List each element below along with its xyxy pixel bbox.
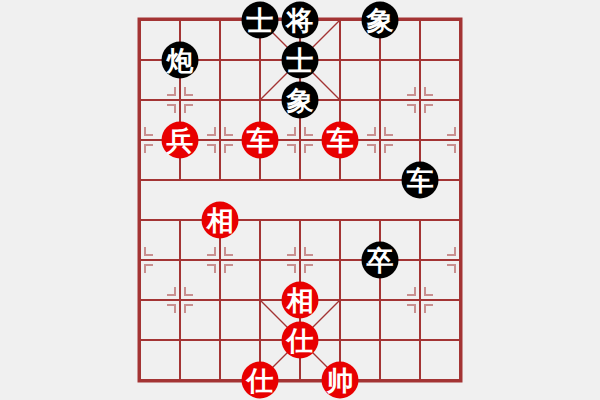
piece-red-advisor[interactable]: 仕 (242, 362, 279, 399)
piece-red-chariot[interactable]: 车 (322, 122, 359, 159)
piece-black-chariot[interactable]: 车 (402, 162, 439, 199)
piece-red-elephant[interactable]: 相 (282, 282, 319, 319)
xiangqi-board[interactable]: 士将象炮士象兵车车车相卒相仕仕帅 (140, 20, 460, 380)
screen: { "game": "xiangqi", "position": { "fen"… (0, 0, 600, 400)
piece-black-advisor[interactable]: 士 (282, 42, 319, 79)
piece-red-advisor[interactable]: 仕 (282, 322, 319, 359)
piece-black-cannon[interactable]: 炮 (162, 42, 199, 79)
piece-red-general[interactable]: 帅 (322, 362, 359, 399)
piece-red-chariot[interactable]: 车 (242, 122, 279, 159)
piece-red-elephant[interactable]: 相 (202, 202, 239, 239)
piece-black-elephant[interactable]: 象 (282, 82, 319, 119)
piece-black-pawn[interactable]: 卒 (362, 242, 399, 279)
piece-black-general[interactable]: 将 (282, 2, 319, 39)
piece-black-advisor[interactable]: 士 (242, 2, 279, 39)
piece-red-pawn[interactable]: 兵 (162, 122, 199, 159)
piece-black-elephant[interactable]: 象 (362, 2, 399, 39)
